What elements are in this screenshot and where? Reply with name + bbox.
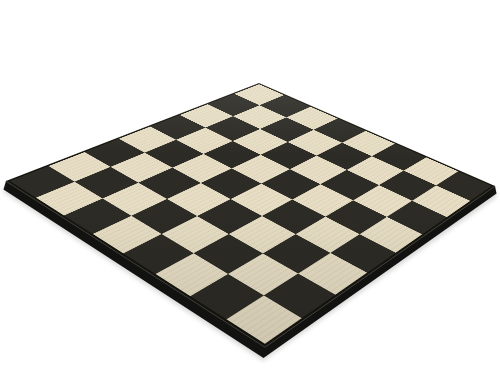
product-photo <box>0 0 500 385</box>
